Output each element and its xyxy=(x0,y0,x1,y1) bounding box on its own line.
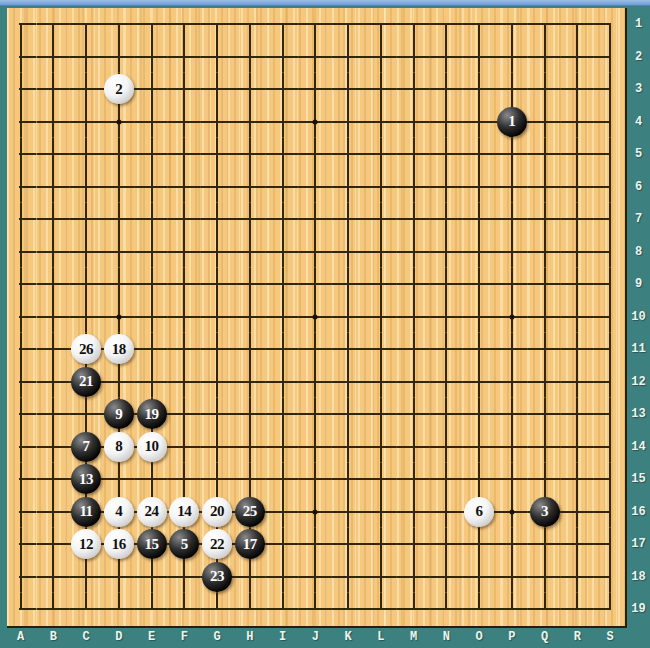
intersection[interactable] xyxy=(135,300,168,333)
intersection[interactable] xyxy=(561,593,594,626)
intersection[interactable] xyxy=(135,560,168,593)
intersection[interactable] xyxy=(495,365,528,398)
intersection[interactable] xyxy=(463,365,496,398)
intersection[interactable] xyxy=(135,8,168,41)
intersection[interactable] xyxy=(561,495,594,528)
intersection[interactable] xyxy=(463,235,496,268)
intersection[interactable]: 19 xyxy=(135,398,168,431)
intersection[interactable] xyxy=(430,430,463,463)
intersection[interactable] xyxy=(332,495,365,528)
intersection[interactable] xyxy=(37,268,70,301)
intersection[interactable] xyxy=(299,365,332,398)
intersection[interactable] xyxy=(594,40,627,73)
intersection[interactable] xyxy=(594,430,627,463)
intersection[interactable] xyxy=(4,430,37,463)
intersection[interactable] xyxy=(4,105,37,138)
intersection[interactable] xyxy=(495,430,528,463)
intersection[interactable] xyxy=(201,170,234,203)
intersection[interactable] xyxy=(135,268,168,301)
intersection[interactable] xyxy=(495,40,528,73)
intersection[interactable] xyxy=(135,365,168,398)
intersection[interactable] xyxy=(37,560,70,593)
intersection[interactable] xyxy=(201,203,234,236)
intersection[interactable] xyxy=(168,333,201,366)
intersection[interactable] xyxy=(168,170,201,203)
intersection[interactable] xyxy=(70,235,103,268)
intersection[interactable] xyxy=(299,170,332,203)
intersection[interactable] xyxy=(168,138,201,171)
intersection[interactable] xyxy=(430,528,463,561)
intersection[interactable] xyxy=(299,105,332,138)
intersection[interactable] xyxy=(4,138,37,171)
intersection[interactable] xyxy=(201,268,234,301)
intersection[interactable] xyxy=(561,40,594,73)
intersection[interactable] xyxy=(233,463,266,496)
intersection[interactable] xyxy=(495,463,528,496)
intersection[interactable] xyxy=(70,203,103,236)
intersection[interactable] xyxy=(463,560,496,593)
intersection[interactable] xyxy=(430,8,463,41)
intersection[interactable] xyxy=(4,528,37,561)
intersection[interactable] xyxy=(37,300,70,333)
intersection[interactable] xyxy=(102,235,135,268)
intersection[interactable] xyxy=(528,528,561,561)
intersection[interactable] xyxy=(70,73,103,106)
intersection[interactable] xyxy=(397,138,430,171)
intersection[interactable] xyxy=(397,8,430,41)
intersection[interactable] xyxy=(201,398,234,431)
intersection[interactable] xyxy=(37,138,70,171)
intersection[interactable] xyxy=(430,560,463,593)
intersection[interactable] xyxy=(561,170,594,203)
intersection[interactable]: 5 xyxy=(168,528,201,561)
intersection[interactable] xyxy=(266,300,299,333)
intersection[interactable] xyxy=(70,398,103,431)
intersection[interactable] xyxy=(397,528,430,561)
intersection[interactable] xyxy=(495,170,528,203)
intersection[interactable] xyxy=(594,365,627,398)
intersection[interactable] xyxy=(70,170,103,203)
intersection[interactable] xyxy=(594,333,627,366)
intersection[interactable] xyxy=(233,430,266,463)
intersection[interactable] xyxy=(70,560,103,593)
intersection[interactable] xyxy=(168,8,201,41)
intersection[interactable]: 20 xyxy=(201,495,234,528)
intersection[interactable] xyxy=(495,138,528,171)
intersection[interactable] xyxy=(4,40,37,73)
intersection[interactable] xyxy=(430,463,463,496)
intersection[interactable] xyxy=(233,203,266,236)
intersection[interactable] xyxy=(299,430,332,463)
intersection[interactable] xyxy=(4,365,37,398)
intersection[interactable] xyxy=(4,398,37,431)
intersection[interactable] xyxy=(430,235,463,268)
intersection[interactable] xyxy=(594,463,627,496)
intersection[interactable] xyxy=(201,235,234,268)
intersection[interactable] xyxy=(495,398,528,431)
intersection[interactable] xyxy=(201,40,234,73)
intersection[interactable] xyxy=(299,8,332,41)
intersection[interactable] xyxy=(495,528,528,561)
intersection[interactable] xyxy=(299,73,332,106)
intersection[interactable] xyxy=(70,138,103,171)
intersection[interactable] xyxy=(332,528,365,561)
intersection[interactable] xyxy=(430,300,463,333)
intersection[interactable] xyxy=(70,268,103,301)
intersection[interactable]: 17 xyxy=(233,528,266,561)
intersection[interactable] xyxy=(528,463,561,496)
intersection[interactable] xyxy=(266,170,299,203)
intersection[interactable] xyxy=(594,105,627,138)
intersection[interactable] xyxy=(594,528,627,561)
intersection[interactable] xyxy=(364,8,397,41)
intersection[interactable] xyxy=(594,560,627,593)
intersection[interactable] xyxy=(430,398,463,431)
intersection[interactable]: 4 xyxy=(102,495,135,528)
intersection[interactable] xyxy=(102,203,135,236)
intersection[interactable] xyxy=(528,170,561,203)
intersection[interactable] xyxy=(528,593,561,626)
intersection[interactable] xyxy=(528,235,561,268)
intersection[interactable] xyxy=(332,203,365,236)
intersection[interactable] xyxy=(4,560,37,593)
intersection[interactable] xyxy=(364,170,397,203)
intersection[interactable] xyxy=(332,593,365,626)
intersection[interactable] xyxy=(364,235,397,268)
intersection[interactable] xyxy=(201,463,234,496)
intersection[interactable] xyxy=(332,8,365,41)
intersection[interactable] xyxy=(397,235,430,268)
intersection[interactable] xyxy=(135,235,168,268)
intersection[interactable] xyxy=(332,333,365,366)
intersection[interactable] xyxy=(201,73,234,106)
intersection[interactable] xyxy=(528,40,561,73)
intersection[interactable] xyxy=(332,138,365,171)
intersection[interactable] xyxy=(102,105,135,138)
intersection[interactable] xyxy=(463,170,496,203)
intersection[interactable] xyxy=(364,105,397,138)
intersection[interactable] xyxy=(135,105,168,138)
intersection[interactable] xyxy=(233,40,266,73)
intersection[interactable] xyxy=(102,365,135,398)
intersection[interactable] xyxy=(397,593,430,626)
intersection[interactable] xyxy=(364,268,397,301)
intersection[interactable] xyxy=(266,528,299,561)
intersection[interactable] xyxy=(201,105,234,138)
intersection[interactable] xyxy=(561,73,594,106)
intersection[interactable] xyxy=(430,105,463,138)
intersection[interactable] xyxy=(463,73,496,106)
intersection[interactable] xyxy=(102,300,135,333)
intersection[interactable] xyxy=(364,138,397,171)
intersection[interactable] xyxy=(266,495,299,528)
intersection[interactable]: 21 xyxy=(70,365,103,398)
intersection[interactable] xyxy=(364,300,397,333)
intersection[interactable] xyxy=(463,138,496,171)
intersection[interactable] xyxy=(364,40,397,73)
intersection[interactable] xyxy=(397,463,430,496)
intersection[interactable] xyxy=(4,333,37,366)
intersection[interactable] xyxy=(397,40,430,73)
intersection[interactable] xyxy=(397,300,430,333)
intersection[interactable] xyxy=(561,8,594,41)
intersection[interactable] xyxy=(463,333,496,366)
intersection[interactable] xyxy=(299,138,332,171)
intersection[interactable] xyxy=(102,463,135,496)
intersection[interactable] xyxy=(266,593,299,626)
intersection[interactable] xyxy=(364,430,397,463)
intersection[interactable] xyxy=(561,203,594,236)
intersection[interactable] xyxy=(299,333,332,366)
intersection[interactable] xyxy=(266,235,299,268)
intersection[interactable] xyxy=(561,365,594,398)
intersection[interactable] xyxy=(528,560,561,593)
intersection[interactable] xyxy=(397,333,430,366)
intersection[interactable] xyxy=(332,365,365,398)
intersection[interactable] xyxy=(201,300,234,333)
intersection[interactable] xyxy=(102,268,135,301)
intersection[interactable] xyxy=(561,138,594,171)
intersection[interactable] xyxy=(495,495,528,528)
intersection[interactable] xyxy=(594,235,627,268)
intersection[interactable] xyxy=(299,235,332,268)
intersection[interactable] xyxy=(364,528,397,561)
intersection[interactable]: 22 xyxy=(201,528,234,561)
intersection[interactable] xyxy=(528,73,561,106)
intersection[interactable] xyxy=(299,463,332,496)
intersection[interactable] xyxy=(168,300,201,333)
intersection[interactable] xyxy=(37,73,70,106)
intersection[interactable] xyxy=(201,365,234,398)
intersection[interactable] xyxy=(201,138,234,171)
intersection[interactable] xyxy=(495,8,528,41)
intersection[interactable] xyxy=(430,203,463,236)
intersection[interactable] xyxy=(266,333,299,366)
intersection[interactable] xyxy=(561,560,594,593)
intersection[interactable] xyxy=(233,300,266,333)
intersection[interactable] xyxy=(168,365,201,398)
intersection[interactable] xyxy=(37,593,70,626)
intersection[interactable] xyxy=(332,73,365,106)
intersection[interactable] xyxy=(168,398,201,431)
intersection[interactable] xyxy=(463,8,496,41)
intersection[interactable]: 7 xyxy=(70,430,103,463)
intersection[interactable] xyxy=(397,268,430,301)
intersection[interactable] xyxy=(528,105,561,138)
intersection[interactable] xyxy=(528,398,561,431)
intersection[interactable] xyxy=(430,365,463,398)
intersection[interactable] xyxy=(397,105,430,138)
intersection[interactable] xyxy=(201,333,234,366)
intersection[interactable] xyxy=(561,235,594,268)
intersection[interactable] xyxy=(266,398,299,431)
intersection[interactable] xyxy=(4,8,37,41)
intersection[interactable] xyxy=(4,495,37,528)
intersection[interactable] xyxy=(233,235,266,268)
intersection[interactable] xyxy=(37,203,70,236)
intersection[interactable] xyxy=(332,235,365,268)
intersection[interactable]: 11 xyxy=(70,495,103,528)
intersection[interactable] xyxy=(233,398,266,431)
intersection[interactable] xyxy=(135,333,168,366)
intersection[interactable] xyxy=(266,560,299,593)
intersection[interactable] xyxy=(430,333,463,366)
intersection[interactable]: 8 xyxy=(102,430,135,463)
intersection[interactable] xyxy=(528,333,561,366)
intersection[interactable] xyxy=(266,268,299,301)
intersection[interactable] xyxy=(495,560,528,593)
intersection[interactable]: 1 xyxy=(495,105,528,138)
intersection[interactable] xyxy=(233,593,266,626)
intersection[interactable] xyxy=(594,8,627,41)
intersection[interactable] xyxy=(135,203,168,236)
intersection[interactable]: 15 xyxy=(135,528,168,561)
intersection[interactable] xyxy=(364,398,397,431)
intersection[interactable] xyxy=(4,73,37,106)
intersection[interactable] xyxy=(332,40,365,73)
intersection[interactable] xyxy=(233,268,266,301)
intersection[interactable]: 13 xyxy=(70,463,103,496)
intersection[interactable] xyxy=(233,138,266,171)
intersection[interactable] xyxy=(430,73,463,106)
intersection[interactable] xyxy=(201,8,234,41)
intersection[interactable] xyxy=(37,8,70,41)
intersection[interactable] xyxy=(463,300,496,333)
intersection[interactable] xyxy=(135,463,168,496)
intersection[interactable] xyxy=(299,560,332,593)
intersection[interactable] xyxy=(233,105,266,138)
intersection[interactable] xyxy=(37,170,70,203)
intersection[interactable] xyxy=(37,528,70,561)
intersection[interactable] xyxy=(233,8,266,41)
intersection[interactable] xyxy=(299,593,332,626)
intersection[interactable] xyxy=(364,203,397,236)
intersection[interactable] xyxy=(463,203,496,236)
intersection[interactable] xyxy=(528,430,561,463)
intersection[interactable] xyxy=(364,495,397,528)
intersection[interactable] xyxy=(70,593,103,626)
intersection[interactable] xyxy=(266,463,299,496)
intersection[interactable] xyxy=(266,430,299,463)
intersection[interactable] xyxy=(364,365,397,398)
intersection[interactable] xyxy=(37,105,70,138)
intersection[interactable] xyxy=(397,365,430,398)
intersection[interactable] xyxy=(463,40,496,73)
intersection[interactable] xyxy=(168,235,201,268)
intersection[interactable] xyxy=(528,365,561,398)
intersection[interactable] xyxy=(168,105,201,138)
intersection[interactable] xyxy=(495,300,528,333)
intersection[interactable] xyxy=(397,203,430,236)
intersection[interactable] xyxy=(561,528,594,561)
intersection[interactable] xyxy=(495,73,528,106)
intersection[interactable] xyxy=(430,495,463,528)
intersection[interactable] xyxy=(233,560,266,593)
intersection[interactable] xyxy=(463,528,496,561)
intersection[interactable] xyxy=(299,268,332,301)
intersection[interactable] xyxy=(37,40,70,73)
intersection[interactable] xyxy=(168,40,201,73)
intersection[interactable] xyxy=(364,333,397,366)
intersection[interactable]: 23 xyxy=(201,560,234,593)
intersection[interactable] xyxy=(430,170,463,203)
intersection[interactable] xyxy=(463,398,496,431)
intersection[interactable]: 24 xyxy=(135,495,168,528)
intersection[interactable] xyxy=(102,593,135,626)
intersection[interactable] xyxy=(332,170,365,203)
intersection[interactable] xyxy=(135,593,168,626)
intersection[interactable] xyxy=(528,268,561,301)
intersection[interactable]: 25 xyxy=(233,495,266,528)
intersection[interactable] xyxy=(495,235,528,268)
intersection[interactable]: 9 xyxy=(102,398,135,431)
intersection[interactable] xyxy=(299,495,332,528)
intersection[interactable] xyxy=(528,8,561,41)
intersection[interactable] xyxy=(463,463,496,496)
intersection[interactable] xyxy=(397,398,430,431)
intersection[interactable] xyxy=(37,430,70,463)
intersection[interactable] xyxy=(266,8,299,41)
intersection[interactable] xyxy=(594,203,627,236)
intersection[interactable] xyxy=(364,73,397,106)
intersection[interactable] xyxy=(37,398,70,431)
intersection[interactable] xyxy=(397,560,430,593)
intersection[interactable] xyxy=(266,40,299,73)
intersection[interactable] xyxy=(364,463,397,496)
intersection[interactable] xyxy=(102,170,135,203)
intersection[interactable] xyxy=(37,333,70,366)
intersection[interactable] xyxy=(4,170,37,203)
intersection[interactable] xyxy=(70,40,103,73)
intersection[interactable]: 6 xyxy=(463,495,496,528)
intersection[interactable] xyxy=(463,430,496,463)
intersection[interactable] xyxy=(102,138,135,171)
intersection[interactable] xyxy=(594,73,627,106)
intersection[interactable] xyxy=(37,365,70,398)
intersection[interactable] xyxy=(168,593,201,626)
intersection[interactable] xyxy=(397,73,430,106)
intersection[interactable] xyxy=(528,300,561,333)
intersection[interactable] xyxy=(397,495,430,528)
intersection[interactable] xyxy=(528,203,561,236)
intersection[interactable] xyxy=(168,430,201,463)
intersection[interactable] xyxy=(299,203,332,236)
intersection[interactable] xyxy=(495,593,528,626)
intersection[interactable] xyxy=(594,398,627,431)
intersection[interactable] xyxy=(332,268,365,301)
intersection[interactable] xyxy=(332,300,365,333)
intersection[interactable] xyxy=(561,463,594,496)
intersection[interactable] xyxy=(168,268,201,301)
intersection[interactable] xyxy=(266,73,299,106)
intersection[interactable] xyxy=(201,593,234,626)
intersection[interactable] xyxy=(168,463,201,496)
intersection[interactable] xyxy=(4,203,37,236)
intersection[interactable] xyxy=(4,593,37,626)
intersection[interactable] xyxy=(397,430,430,463)
intersection[interactable] xyxy=(70,300,103,333)
intersection[interactable] xyxy=(37,235,70,268)
intersection[interactable] xyxy=(332,398,365,431)
intersection[interactable] xyxy=(332,560,365,593)
intersection[interactable] xyxy=(594,495,627,528)
intersection[interactable] xyxy=(364,560,397,593)
intersection[interactable] xyxy=(37,463,70,496)
intersection[interactable]: 26 xyxy=(70,333,103,366)
intersection[interactable] xyxy=(561,105,594,138)
intersection[interactable] xyxy=(4,268,37,301)
intersection[interactable] xyxy=(364,593,397,626)
